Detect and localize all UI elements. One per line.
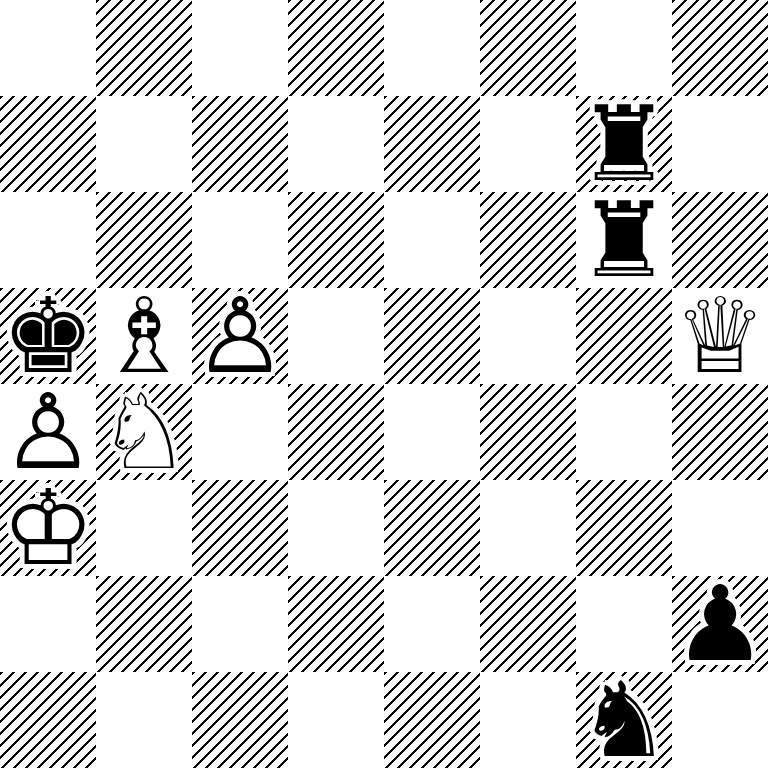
square-e3[interactable] [384, 480, 480, 576]
piece-halo-black-king: ♚ [0, 288, 96, 384]
square-d2[interactable] [288, 576, 384, 672]
square-b2[interactable] [96, 576, 192, 672]
square-e8[interactable] [384, 0, 480, 96]
square-a6[interactable] [0, 192, 96, 288]
square-b5[interactable]: ♝♗ [96, 288, 192, 384]
square-c8[interactable] [192, 0, 288, 96]
piece-halo-white-knight: ♞ [96, 384, 192, 480]
square-b8[interactable] [96, 0, 192, 96]
square-g6[interactable]: ♜♜ [576, 192, 672, 288]
square-f5[interactable] [480, 288, 576, 384]
square-c7[interactable] [192, 96, 288, 192]
piece-black-knight: ♞ [576, 672, 672, 768]
square-b3[interactable] [96, 480, 192, 576]
square-b1[interactable] [96, 672, 192, 768]
square-g3[interactable] [576, 480, 672, 576]
square-b7[interactable] [96, 96, 192, 192]
square-g4[interactable] [576, 384, 672, 480]
piece-halo-black-pawn: ♟ [672, 576, 768, 672]
piece-black-king: ♚ [0, 288, 96, 384]
square-c4[interactable] [192, 384, 288, 480]
piece-halo-black-rook: ♜ [576, 96, 672, 192]
piece-white-bishop: ♗ [96, 288, 192, 384]
square-a7[interactable] [0, 96, 96, 192]
square-a2[interactable] [0, 576, 96, 672]
piece-halo-black-knight: ♞ [576, 672, 672, 768]
square-g5[interactable] [576, 288, 672, 384]
square-f1[interactable] [480, 672, 576, 768]
square-e7[interactable] [384, 96, 480, 192]
square-g7[interactable]: ♜♜ [576, 96, 672, 192]
square-f6[interactable] [480, 192, 576, 288]
square-f3[interactable] [480, 480, 576, 576]
square-a3[interactable]: ♚♔ [0, 480, 96, 576]
piece-white-knight: ♘ [96, 384, 192, 480]
square-d5[interactable] [288, 288, 384, 384]
piece-white-pawn: ♙ [192, 288, 288, 384]
square-g8[interactable] [576, 0, 672, 96]
piece-halo-white-pawn: ♟ [0, 384, 96, 480]
square-c3[interactable] [192, 480, 288, 576]
square-h4[interactable] [672, 384, 768, 480]
piece-halo-white-bishop: ♝ [96, 288, 192, 384]
square-e5[interactable] [384, 288, 480, 384]
piece-white-king: ♔ [0, 480, 96, 576]
chess-board: ♜♜♜♜♚♚♝♗♟♙♛♕♟♙♞♘♚♔♟♟♞♞ [0, 0, 768, 768]
square-h2[interactable]: ♟♟ [672, 576, 768, 672]
piece-black-rook: ♜ [576, 96, 672, 192]
square-h1[interactable] [672, 672, 768, 768]
square-h6[interactable] [672, 192, 768, 288]
square-f7[interactable] [480, 96, 576, 192]
square-f2[interactable] [480, 576, 576, 672]
square-a1[interactable] [0, 672, 96, 768]
piece-black-rook: ♜ [576, 192, 672, 288]
square-c1[interactable] [192, 672, 288, 768]
square-h7[interactable] [672, 96, 768, 192]
square-d1[interactable] [288, 672, 384, 768]
square-h3[interactable] [672, 480, 768, 576]
piece-white-queen: ♕ [672, 288, 768, 384]
square-c6[interactable] [192, 192, 288, 288]
square-f4[interactable] [480, 384, 576, 480]
piece-halo-white-queen: ♛ [672, 288, 768, 384]
piece-white-pawn: ♙ [0, 384, 96, 480]
square-g1[interactable]: ♞♞ [576, 672, 672, 768]
square-c2[interactable] [192, 576, 288, 672]
square-e4[interactable] [384, 384, 480, 480]
square-g2[interactable] [576, 576, 672, 672]
square-d6[interactable] [288, 192, 384, 288]
square-e2[interactable] [384, 576, 480, 672]
square-a8[interactable] [0, 0, 96, 96]
square-d4[interactable] [288, 384, 384, 480]
square-b6[interactable] [96, 192, 192, 288]
square-d8[interactable] [288, 0, 384, 96]
square-d3[interactable] [288, 480, 384, 576]
piece-black-pawn: ♟ [672, 576, 768, 672]
piece-halo-white-pawn: ♟ [192, 288, 288, 384]
square-h8[interactable] [672, 0, 768, 96]
square-e1[interactable] [384, 672, 480, 768]
square-b4[interactable]: ♞♘ [96, 384, 192, 480]
piece-halo-black-rook: ♜ [576, 192, 672, 288]
piece-halo-white-king: ♚ [0, 480, 96, 576]
square-e6[interactable] [384, 192, 480, 288]
square-a4[interactable]: ♟♙ [0, 384, 96, 480]
square-f8[interactable] [480, 0, 576, 96]
square-h5[interactable]: ♛♕ [672, 288, 768, 384]
square-c5[interactable]: ♟♙ [192, 288, 288, 384]
square-a5[interactable]: ♚♚ [0, 288, 96, 384]
square-d7[interactable] [288, 96, 384, 192]
